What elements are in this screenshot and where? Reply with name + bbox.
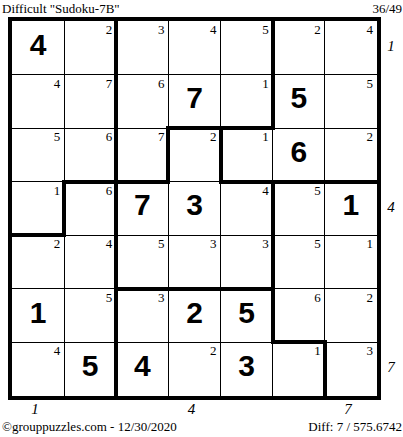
cell-r1c3[interactable]: 3 <box>116 21 168 75</box>
region-border <box>323 340 327 398</box>
corner-mark: 1 <box>314 343 321 359</box>
cell-border <box>324 182 325 237</box>
cell-r2c7[interactable]: 5 <box>325 75 377 129</box>
cell-border <box>12 181 65 182</box>
cell-border <box>325 74 378 75</box>
cell-r6c7[interactable]: 2 <box>325 289 377 343</box>
cell-r1c5[interactable]: 5 <box>221 21 273 75</box>
corner-mark: 2 <box>54 236 61 252</box>
cell-r6c6[interactable]: 6 <box>273 289 325 343</box>
region-border <box>271 233 275 291</box>
cell-border <box>12 128 65 129</box>
cell-r2c3[interactable]: 6 <box>116 75 168 129</box>
corner-mark: 4 <box>106 236 113 252</box>
region-border <box>166 126 222 130</box>
cell-r6c1[interactable]: 1 <box>12 289 64 343</box>
cell-border <box>220 182 221 237</box>
cell-border <box>272 342 273 397</box>
solved-digit: 3 <box>168 182 220 230</box>
cell-border <box>168 21 169 76</box>
solved-digit: 7 <box>116 182 168 230</box>
cell-r3c4[interactable]: 2 <box>168 128 220 182</box>
cell-r5c2[interactable]: 4 <box>64 235 116 289</box>
region-border <box>114 126 118 184</box>
col-label-4: 4 <box>185 401 199 418</box>
region-border <box>271 73 275 131</box>
region-border <box>271 19 275 77</box>
region-border <box>10 233 66 237</box>
cell-border <box>273 74 326 75</box>
corner-mark: 5 <box>158 236 165 252</box>
cell-border <box>64 235 117 236</box>
cell-border <box>273 235 326 236</box>
corner-mark: 5 <box>262 22 269 38</box>
cell-r4c6[interactable]: 5 <box>273 182 325 236</box>
corner-mark: 1 <box>366 236 373 252</box>
corner-mark: 2 <box>210 343 217 359</box>
cell-r1c4[interactable]: 4 <box>168 21 220 75</box>
cell-r4c4[interactable]: 3 <box>168 182 220 236</box>
sudoku-board: 4234524476715556721621673451245335115325… <box>8 17 381 400</box>
cell-border <box>64 289 65 344</box>
cell-r2c4[interactable]: 7 <box>168 75 220 129</box>
region-border <box>114 180 118 238</box>
region-border <box>323 180 379 184</box>
cell-r4c5[interactable]: 4 <box>221 182 273 236</box>
cell-border <box>325 128 378 129</box>
cell-border <box>116 235 169 236</box>
region-border <box>114 19 118 77</box>
row-label-7: 7 <box>384 359 398 376</box>
cell-r2c5[interactable]: 1 <box>221 75 273 129</box>
cell-r3c1[interactable]: 5 <box>12 128 64 182</box>
cell-border <box>12 288 65 289</box>
corner-mark: 3 <box>158 290 165 306</box>
region-border <box>114 340 118 398</box>
cell-border <box>272 128 273 183</box>
cell-border <box>220 235 221 290</box>
region-border <box>114 287 118 345</box>
cell-border <box>64 74 117 75</box>
cell-r3c2[interactable]: 6 <box>64 128 116 182</box>
corner-mark: 6 <box>158 76 165 92</box>
cell-border <box>220 289 221 344</box>
cell-r2c1[interactable]: 4 <box>12 75 64 129</box>
cell-border <box>64 128 65 183</box>
difficulty-text: Diff: 7 / 575.6742 <box>308 419 402 435</box>
corner-mark: 3 <box>366 343 373 359</box>
corner-mark: 5 <box>366 76 373 92</box>
cell-border <box>168 235 169 290</box>
cell-border <box>220 21 221 76</box>
corner-mark: 5 <box>106 290 113 306</box>
corner-mark: 2 <box>106 22 113 38</box>
cell-r7c6[interactable]: 1 <box>273 342 325 396</box>
cell-border <box>168 235 221 236</box>
row-label-4: 4 <box>384 199 398 216</box>
region-border <box>62 180 66 238</box>
cell-r2c2[interactable]: 7 <box>64 75 116 129</box>
cell-r6c4[interactable]: 2 <box>168 289 220 343</box>
cell-r3c6[interactable]: 6 <box>273 128 325 182</box>
cell-border <box>116 128 169 129</box>
cell-r4c1[interactable]: 1 <box>12 182 64 236</box>
cell-border <box>325 342 378 343</box>
cell-border <box>325 235 378 236</box>
cell-r7c3[interactable]: 4 <box>116 342 168 396</box>
cell-border <box>116 74 169 75</box>
cell-r1c7[interactable]: 4 <box>325 21 377 75</box>
corner-mark: 2 <box>210 129 217 145</box>
cell-r3c5[interactable]: 1 <box>221 128 273 182</box>
page-title: Difficult "Sudoku-7B" <box>2 1 120 17</box>
cell-border <box>221 235 274 236</box>
region-border <box>271 287 275 345</box>
corner-mark: 1 <box>54 183 61 199</box>
corner-mark: 1 <box>262 129 269 145</box>
cell-border <box>12 74 65 75</box>
cell-border <box>64 342 117 343</box>
corner-mark: 2 <box>366 290 373 306</box>
cell-border <box>168 342 169 397</box>
corner-mark: 5 <box>54 129 61 145</box>
solved-digit: 1 <box>12 289 64 337</box>
region-border <box>114 73 118 131</box>
region-border <box>62 180 118 184</box>
cell-r5c5[interactable]: 3 <box>221 235 273 289</box>
cell-r3c3[interactable]: 7 <box>116 128 168 182</box>
solved-digit: 6 <box>273 128 325 176</box>
region-border <box>114 287 170 291</box>
cell-r6c2[interactable]: 5 <box>64 289 116 343</box>
cell-border <box>116 342 169 343</box>
cell-r3c7[interactable]: 2 <box>325 128 377 182</box>
cell-border <box>64 288 117 289</box>
cell-border <box>273 288 326 289</box>
cell-border <box>64 128 117 129</box>
region-border <box>271 180 275 238</box>
cell-border <box>325 288 378 289</box>
cell-r4c3[interactable]: 7 <box>116 182 168 236</box>
region-border <box>219 126 275 130</box>
cell-r4c7[interactable]: 1 <box>325 182 377 236</box>
cell-border <box>324 235 325 290</box>
cell-border <box>64 235 65 290</box>
corner-mark: 4 <box>262 183 269 199</box>
corner-mark: 7 <box>106 76 113 92</box>
cell-r5c3[interactable]: 5 <box>116 235 168 289</box>
solved-digit: 4 <box>12 21 64 69</box>
corner-mark: 4 <box>210 22 217 38</box>
cell-r5c1[interactable]: 2 <box>12 235 64 289</box>
cell-border <box>324 289 325 344</box>
region-border <box>219 287 275 291</box>
corner-mark: 4 <box>366 22 373 38</box>
corner-mark: 6 <box>106 183 113 199</box>
cell-border <box>324 128 325 183</box>
col-label-1: 1 <box>28 401 42 418</box>
cell-r2c6[interactable]: 5 <box>273 75 325 129</box>
region-border <box>114 233 118 291</box>
solved-digit: 3 <box>221 342 273 390</box>
cell-r1c2[interactable]: 2 <box>64 21 116 75</box>
corner-mark: 6 <box>106 129 113 145</box>
region-border <box>166 287 222 291</box>
cell-r7c4[interactable]: 2 <box>168 342 220 396</box>
cell-r7c1[interactable]: 4 <box>12 342 64 396</box>
cell-r5c7[interactable]: 1 <box>325 235 377 289</box>
solved-digit: 1 <box>325 182 377 230</box>
row-label-1: 1 <box>384 38 398 55</box>
cell-r1c1[interactable]: 4 <box>12 21 64 75</box>
col-label-7: 7 <box>341 401 355 418</box>
corner-mark: 2 <box>366 129 373 145</box>
cell-border <box>221 74 274 75</box>
solved-digit: 5 <box>221 289 273 337</box>
corner-mark: 3 <box>210 236 217 252</box>
cell-border <box>168 74 221 75</box>
cell-border <box>168 75 169 130</box>
copyright-text: ©grouppuzzles.com - 12/30/2020 <box>2 419 177 435</box>
cell-border <box>324 21 325 76</box>
puzzle-page: Difficult "Sudoku-7B" 36/49 423452447671… <box>0 0 403 437</box>
solved-digit: 2 <box>168 289 220 337</box>
region-border <box>114 180 170 184</box>
cell-r6c5[interactable]: 5 <box>221 289 273 343</box>
cell-r7c5[interactable]: 3 <box>221 342 273 396</box>
progress-counter: 36/49 <box>372 1 402 17</box>
cell-border <box>168 342 221 343</box>
cell-border <box>64 342 65 397</box>
cell-border <box>273 128 326 129</box>
region-border <box>271 340 327 344</box>
cell-r1c6[interactable]: 2 <box>273 21 325 75</box>
cell-r6c3[interactable]: 3 <box>116 289 168 343</box>
corner-mark: 1 <box>262 76 269 92</box>
cell-border <box>64 21 65 76</box>
region-border <box>219 126 223 184</box>
region-border <box>271 180 327 184</box>
region-border <box>219 180 275 184</box>
corner-mark: 5 <box>314 236 321 252</box>
cell-r5c6[interactable]: 5 <box>273 235 325 289</box>
cell-border <box>221 342 274 343</box>
cell-border <box>220 75 221 130</box>
corner-mark: 5 <box>314 183 321 199</box>
cell-r5c4[interactable]: 3 <box>168 235 220 289</box>
cell-r4c2[interactable]: 6 <box>64 182 116 236</box>
cell-border <box>64 75 65 130</box>
cell-r7c7[interactable]: 3 <box>325 342 377 396</box>
corner-mark: 7 <box>158 129 165 145</box>
solved-digit: 7 <box>168 75 220 123</box>
cell-border <box>12 342 65 343</box>
corner-mark: 6 <box>314 290 321 306</box>
cell-border <box>168 182 169 237</box>
solved-digit: 5 <box>64 342 116 390</box>
cell-border <box>220 342 221 397</box>
corner-mark: 4 <box>54 76 61 92</box>
corner-mark: 3 <box>158 22 165 38</box>
corner-mark: 4 <box>54 343 61 359</box>
region-border <box>166 126 170 184</box>
cell-r7c2[interactable]: 5 <box>64 342 116 396</box>
solved-digit: 4 <box>116 342 168 390</box>
cell-border <box>324 75 325 130</box>
solved-digit: 5 <box>273 75 325 123</box>
corner-mark: 2 <box>314 22 321 38</box>
cell-border <box>168 181 221 182</box>
corner-mark: 3 <box>262 236 269 252</box>
cell-border <box>168 289 169 344</box>
